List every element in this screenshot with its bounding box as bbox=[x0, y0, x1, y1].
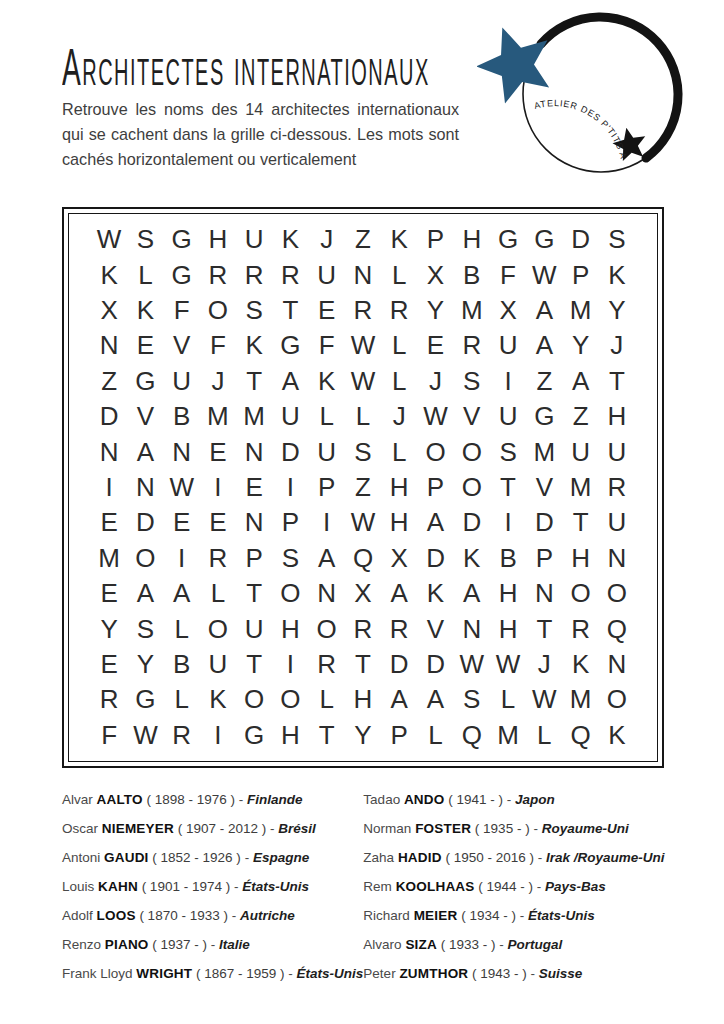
architect-country: Autriche bbox=[240, 908, 295, 923]
grid-cell-r11c4[interactable]: L bbox=[200, 576, 236, 611]
architect-last-name: FOSTER bbox=[415, 821, 471, 836]
architect-years: ( 1944 - ) bbox=[478, 879, 533, 894]
grid-cell-r15c12[interactable]: M bbox=[490, 718, 526, 753]
grid-cell-r2c2[interactable]: L bbox=[127, 257, 163, 292]
grid-cell-r5c9[interactable]: L bbox=[381, 364, 417, 399]
grid-cell-r6c2[interactable]: V bbox=[127, 399, 163, 434]
grid-cell-r1c2[interactable]: S bbox=[127, 222, 163, 257]
grid-cell-r8c9[interactable]: H bbox=[381, 470, 417, 505]
grid-cell-r7c8[interactable]: S bbox=[345, 434, 381, 469]
grid-cell-r11c8[interactable]: X bbox=[345, 576, 381, 611]
architect-entry: Adolf LOOS ( 1870 - 1933 ) - Autriche bbox=[62, 901, 363, 930]
grid-cell-r3c10[interactable]: Y bbox=[417, 293, 453, 328]
grid-cell-r5c5[interactable]: T bbox=[236, 364, 272, 399]
grid-cell-r11c10[interactable]: K bbox=[417, 576, 453, 611]
architect-country: Brésil bbox=[278, 821, 316, 836]
grid-cell-r14c2[interactable]: G bbox=[127, 682, 163, 717]
grid-cell-r2c1[interactable]: K bbox=[91, 257, 127, 292]
grid-cell-r15c6[interactable]: H bbox=[272, 718, 308, 753]
grid-cell-r3c5[interactable]: S bbox=[236, 293, 272, 328]
grid-cell-r3c8[interactable]: R bbox=[345, 293, 381, 328]
grid-cell-r6c14[interactable]: Z bbox=[562, 399, 598, 434]
grid-cell-r1c3[interactable]: G bbox=[164, 222, 200, 257]
grid-cell-r3c11[interactable]: M bbox=[454, 293, 490, 328]
architect-country: Pays-Bas bbox=[545, 879, 606, 894]
architect-country: Suisse bbox=[539, 966, 583, 981]
grid-cell-r1c6[interactable]: K bbox=[272, 222, 308, 257]
architect-years: ( 1934 - ) bbox=[461, 908, 516, 923]
architect-first-name: Peter bbox=[363, 966, 395, 981]
architect-entry: Tadao ANDO ( 1941 - ) - Japon bbox=[363, 785, 664, 814]
grid-cell-r13c3[interactable]: B bbox=[164, 647, 200, 682]
architect-first-name: Norman bbox=[363, 821, 411, 836]
grid-cell-r14c5[interactable]: O bbox=[236, 682, 272, 717]
grid-cell-r7c1[interactable]: N bbox=[91, 434, 127, 469]
grid-cell-r1c1[interactable]: W bbox=[91, 222, 127, 257]
architect-last-name: KOOLHAAS bbox=[396, 879, 475, 894]
grid-cell-r8c11[interactable]: O bbox=[454, 470, 490, 505]
grid-cell-r6c15[interactable]: H bbox=[599, 399, 635, 434]
grid-cell-r6c11[interactable]: V bbox=[454, 399, 490, 434]
grid-cell-r7c2[interactable]: A bbox=[127, 434, 163, 469]
architect-years: ( 1933 - ) bbox=[441, 937, 496, 952]
grid-cell-r8c5[interactable]: E bbox=[236, 470, 272, 505]
grid-cell-r14c12[interactable]: L bbox=[490, 682, 526, 717]
grid-cell-r1c4[interactable]: H bbox=[200, 222, 236, 257]
architect-entry: Peter ZUMTHOR ( 1943 - ) - Suisse bbox=[363, 959, 664, 988]
grid-cell-r3c6[interactable]: T bbox=[272, 293, 308, 328]
grid-cell-r14c11[interactable]: S bbox=[454, 682, 490, 717]
grid-cell-r2c9[interactable]: L bbox=[381, 257, 417, 292]
grid-cell-r1c14[interactable]: D bbox=[562, 222, 598, 257]
grid-cell-r5c6[interactable]: A bbox=[272, 364, 308, 399]
grid-cell-r10c3[interactable]: I bbox=[164, 541, 200, 576]
grid-cell-r2c4[interactable]: R bbox=[200, 257, 236, 292]
grid-cell-r9c10[interactable]: A bbox=[417, 505, 453, 540]
grid-cell-r4c2[interactable]: E bbox=[127, 328, 163, 363]
architect-entry: Alvar AALTO ( 1898 - 1976 ) - Finlande bbox=[62, 785, 363, 814]
grid-cell-r8c2[interactable]: N bbox=[127, 470, 163, 505]
architect-entry: Zaha HADID ( 1950 - 2016 ) - Irak /Royau… bbox=[363, 843, 664, 872]
grid-cell-r3c9[interactable]: R bbox=[381, 293, 417, 328]
grid-cell-r9c14[interactable]: T bbox=[562, 505, 598, 540]
grid-cell-r8c10[interactable]: P bbox=[417, 470, 453, 505]
architect-country: Irak /Royaume-Uni bbox=[546, 850, 665, 865]
grid-cell-r4c15[interactable]: J bbox=[599, 328, 635, 363]
grid-cell-r1c5[interactable]: U bbox=[236, 222, 272, 257]
grid-cell-r10c10[interactable]: D bbox=[417, 541, 453, 576]
board-inner-frame: WSGHUKJZKPHGGDSKLGRRRUNLXBFWPKXKFOSTERRY… bbox=[68, 213, 658, 762]
grid-cell-r8c7[interactable]: P bbox=[309, 470, 345, 505]
grid-cell-r9c2[interactable]: D bbox=[127, 505, 163, 540]
architect-years: ( 1898 - 1976 ) bbox=[147, 792, 236, 807]
architect-years: ( 1901 - 1974 ) bbox=[142, 879, 231, 894]
grid-cell-r2c11[interactable]: B bbox=[454, 257, 490, 292]
grid-cell-r12c9[interactable]: R bbox=[381, 611, 417, 646]
grid-cell-r3c7[interactable]: E bbox=[309, 293, 345, 328]
architect-first-name: Louis bbox=[62, 879, 94, 894]
grid-cell-r6c13[interactable]: G bbox=[526, 399, 562, 434]
grid-cell-r11c15[interactable]: O bbox=[599, 576, 635, 611]
grid-cell-r12c3[interactable]: L bbox=[164, 611, 200, 646]
grid-cell-r6c6[interactable]: U bbox=[272, 399, 308, 434]
architects-list: Alvar AALTO ( 1898 - 1976 ) - FinlandeOs… bbox=[62, 785, 664, 988]
grid-cell-r7c12[interactable]: S bbox=[490, 434, 526, 469]
grid-cell-r11c7[interactable]: N bbox=[309, 576, 345, 611]
grid-cell-r1c9[interactable]: K bbox=[381, 222, 417, 257]
grid-cell-r2c13[interactable]: W bbox=[526, 257, 562, 292]
architect-first-name: Richard bbox=[363, 908, 410, 923]
grid-cell-r3c12[interactable]: X bbox=[490, 293, 526, 328]
architect-years: ( 1867 - 1959 ) bbox=[196, 966, 285, 981]
grid-cell-r1c12[interactable]: G bbox=[490, 222, 526, 257]
grid-cell-r10c9[interactable]: X bbox=[381, 541, 417, 576]
teal-star-icon bbox=[477, 14, 563, 108]
grid-cell-r6c1[interactable]: D bbox=[91, 399, 127, 434]
grid-cell-r3c2[interactable]: K bbox=[127, 293, 163, 328]
grid-cell-r6c12[interactable]: U bbox=[490, 399, 526, 434]
grid-cell-r5c8[interactable]: W bbox=[345, 364, 381, 399]
architect-last-name: GAUDI bbox=[104, 850, 149, 865]
architect-country: Italie bbox=[219, 937, 250, 952]
grid-cell-r12c10[interactable]: V bbox=[417, 611, 453, 646]
grid-cell-r14c13[interactable]: W bbox=[526, 682, 562, 717]
grid-cell-r11c9[interactable]: A bbox=[381, 576, 417, 611]
grid-cell-r4c13[interactable]: A bbox=[526, 328, 562, 363]
grid-cell-r6c10[interactable]: W bbox=[417, 399, 453, 434]
grid-cell-r7c13[interactable]: M bbox=[526, 434, 562, 469]
grid-cell-r2c15[interactable]: K bbox=[599, 257, 635, 292]
grid-cell-r12c6[interactable]: H bbox=[272, 611, 308, 646]
grid-cell-r4c12[interactable]: U bbox=[490, 328, 526, 363]
grid-cell-r6c4[interactable]: M bbox=[200, 399, 236, 434]
grid-cell-r14c14[interactable]: M bbox=[562, 682, 598, 717]
grid-cell-r12c7[interactable]: O bbox=[309, 611, 345, 646]
grid-cell-r4c5[interactable]: K bbox=[236, 328, 272, 363]
architect-last-name: MEIER bbox=[414, 908, 458, 923]
architect-entry: Renzo PIANO ( 1937 - ) - Italie bbox=[62, 930, 363, 959]
grid-cell-r12c4[interactable]: O bbox=[200, 611, 236, 646]
grid-cell-r14c9[interactable]: A bbox=[381, 682, 417, 717]
grid-cell-r14c15[interactable]: O bbox=[599, 682, 635, 717]
grid-cell-r8c6[interactable]: I bbox=[272, 470, 308, 505]
grid-cell-r2c14[interactable]: P bbox=[562, 257, 598, 292]
grid-cell-r10c2[interactable]: O bbox=[127, 541, 163, 576]
architect-entry: Louis KAHN ( 1901 - 1974 ) - États-Unis bbox=[62, 872, 363, 901]
grid-cell-r9c6[interactable]: P bbox=[272, 505, 308, 540]
grid-cell-r2c8[interactable]: N bbox=[345, 257, 381, 292]
architect-first-name: Oscar bbox=[62, 821, 98, 836]
grid-cell-r9c4[interactable]: E bbox=[200, 505, 236, 540]
word-search-board: WSGHUKJZKPHGGDSKLGRRRUNLXBFWPKXKFOSTERRY… bbox=[62, 207, 664, 768]
architect-years: ( 1943 - ) bbox=[472, 966, 527, 981]
grid-cell-r9c11[interactable]: D bbox=[454, 505, 490, 540]
grid-cell-r10c7[interactable]: A bbox=[309, 541, 345, 576]
architect-first-name: Alvar bbox=[62, 792, 93, 807]
grid-cell-r12c1[interactable]: Y bbox=[91, 611, 127, 646]
architect-last-name: ANDO bbox=[404, 792, 445, 807]
architect-entry: Norman FOSTER ( 1935 - ) - Royaume-Uni bbox=[363, 814, 664, 843]
grid-cell-r2c12[interactable]: F bbox=[490, 257, 526, 292]
architect-years: ( 1937 - ) bbox=[152, 937, 207, 952]
grid-cell-r3c13[interactable]: A bbox=[526, 293, 562, 328]
grid-cell-r15c3[interactable]: R bbox=[164, 718, 200, 753]
grid-cell-r1c8[interactable]: Z bbox=[345, 222, 381, 257]
page-title: Architectes internationaux bbox=[62, 38, 430, 97]
grid-cell-r5c15[interactable]: T bbox=[599, 364, 635, 399]
grid-cell-r4c8[interactable]: W bbox=[345, 328, 381, 363]
grid-cell-r7c9[interactable]: L bbox=[381, 434, 417, 469]
grid-cell-r11c2[interactable]: A bbox=[127, 576, 163, 611]
grid-cell-r15c14[interactable]: Q bbox=[562, 718, 598, 753]
grid-cell-r13c15[interactable]: N bbox=[599, 647, 635, 682]
grid-cell-r4c11[interactable]: R bbox=[454, 328, 490, 363]
architect-country: Royaume-Uni bbox=[542, 821, 629, 836]
grid-cell-r12c14[interactable]: R bbox=[562, 611, 598, 646]
grid-cell-r14c7[interactable]: L bbox=[309, 682, 345, 717]
grid-cell-r10c6[interactable]: S bbox=[272, 541, 308, 576]
grid-cell-r1c7[interactable]: J bbox=[309, 222, 345, 257]
grid-cell-r10c4[interactable]: R bbox=[200, 541, 236, 576]
grid-cell-r1c13[interactable]: G bbox=[526, 222, 562, 257]
grid-cell-r15c15[interactable]: K bbox=[599, 718, 635, 753]
grid-cell-r13c11[interactable]: W bbox=[454, 647, 490, 682]
grid-cell-r13c12[interactable]: W bbox=[490, 647, 526, 682]
grid-cell-r1c10[interactable]: P bbox=[417, 222, 453, 257]
grid-cell-r8c14[interactable]: M bbox=[562, 470, 598, 505]
grid-cell-r4c9[interactable]: L bbox=[381, 328, 417, 363]
architect-first-name: Zaha bbox=[363, 850, 394, 865]
grid-cell-r10c13[interactable]: P bbox=[526, 541, 562, 576]
architect-entry: Richard MEIER ( 1934 - ) - États-Unis bbox=[363, 901, 664, 930]
grid-cell-r8c1[interactable]: I bbox=[91, 470, 127, 505]
grid-cell-r11c14[interactable]: O bbox=[562, 576, 598, 611]
architect-first-name: Tadao bbox=[363, 792, 400, 807]
grid-cell-r12c12[interactable]: H bbox=[490, 611, 526, 646]
grid-cell-r1c11[interactable]: H bbox=[454, 222, 490, 257]
grid-cell-r11c13[interactable]: N bbox=[526, 576, 562, 611]
architect-country: Japon bbox=[515, 792, 555, 807]
grid-cell-r5c10[interactable]: J bbox=[417, 364, 453, 399]
letter-grid: WSGHUKJZKPHGGDSKLGRRRUNLXBFWPKXKFOSTERRY… bbox=[91, 222, 635, 753]
architect-last-name: AALTO bbox=[97, 792, 143, 807]
grid-cell-r8c3[interactable]: W bbox=[164, 470, 200, 505]
grid-cell-r12c15[interactable]: Q bbox=[599, 611, 635, 646]
architect-entry: Rem KOOLHAAS ( 1944 - ) - Pays-Bas bbox=[363, 872, 664, 901]
grid-cell-r9c7[interactable]: I bbox=[309, 505, 345, 540]
grid-cell-r12c13[interactable]: T bbox=[526, 611, 562, 646]
grid-cell-r2c6[interactable]: R bbox=[272, 257, 308, 292]
grid-cell-r9c3[interactable]: E bbox=[164, 505, 200, 540]
grid-cell-r5c14[interactable]: A bbox=[562, 364, 598, 399]
grid-cell-r8c13[interactable]: V bbox=[526, 470, 562, 505]
grid-cell-r4c6[interactable]: G bbox=[272, 328, 308, 363]
grid-cell-r9c5[interactable]: N bbox=[236, 505, 272, 540]
grid-cell-r9c1[interactable]: E bbox=[91, 505, 127, 540]
grid-cell-r8c12[interactable]: T bbox=[490, 470, 526, 505]
grid-cell-r4c10[interactable]: E bbox=[417, 328, 453, 363]
grid-cell-r5c1[interactable]: Z bbox=[91, 364, 127, 399]
grid-cell-r9c8[interactable]: W bbox=[345, 505, 381, 540]
grid-cell-r3c1[interactable]: X bbox=[91, 293, 127, 328]
intro-text: Retrouve les noms des 14 architectes int… bbox=[62, 97, 459, 172]
grid-cell-r9c9[interactable]: H bbox=[381, 505, 417, 540]
grid-cell-r6c7[interactable]: L bbox=[309, 399, 345, 434]
grid-cell-r9c15[interactable]: U bbox=[599, 505, 635, 540]
architect-years: ( 1950 - 2016 ) bbox=[445, 850, 534, 865]
grid-cell-r2c7[interactable]: U bbox=[309, 257, 345, 292]
grid-cell-r5c13[interactable]: Z bbox=[526, 364, 562, 399]
grid-cell-r12c11[interactable]: N bbox=[454, 611, 490, 646]
architects-column-right: Tadao ANDO ( 1941 - ) - JaponNorman FOST… bbox=[363, 785, 664, 988]
grid-cell-r14c1[interactable]: R bbox=[91, 682, 127, 717]
grid-cell-r13c7[interactable]: R bbox=[309, 647, 345, 682]
grid-cell-r4c1[interactable]: N bbox=[91, 328, 127, 363]
grid-cell-r15c5[interactable]: G bbox=[236, 718, 272, 753]
grid-cell-r10c12[interactable]: B bbox=[490, 541, 526, 576]
grid-cell-r10c1[interactable]: M bbox=[91, 541, 127, 576]
grid-cell-r13c1[interactable]: E bbox=[91, 647, 127, 682]
grid-cell-r3c3[interactable]: F bbox=[164, 293, 200, 328]
architect-first-name: Antoni bbox=[62, 850, 100, 865]
architect-country: États-Unis bbox=[297, 966, 364, 981]
architect-last-name: LOOS bbox=[97, 908, 136, 923]
grid-cell-r13c2[interactable]: Y bbox=[127, 647, 163, 682]
architect-years: ( 1935 - ) bbox=[475, 821, 530, 836]
grid-cell-r13c13[interactable]: J bbox=[526, 647, 562, 682]
architect-years: ( 1907 - 2012 ) bbox=[178, 821, 267, 836]
grid-cell-r12c5[interactable]: U bbox=[236, 611, 272, 646]
grid-cell-r11c12[interactable]: H bbox=[490, 576, 526, 611]
grid-cell-r4c4[interactable]: F bbox=[200, 328, 236, 363]
grid-cell-r6c5[interactable]: M bbox=[236, 399, 272, 434]
grid-cell-r15c1[interactable]: F bbox=[91, 718, 127, 753]
grid-cell-r12c8[interactable]: R bbox=[345, 611, 381, 646]
grid-cell-r15c9[interactable]: P bbox=[381, 718, 417, 753]
grid-cell-r7c5[interactable]: N bbox=[236, 434, 272, 469]
grid-cell-r11c1[interactable]: E bbox=[91, 576, 127, 611]
grid-cell-r8c4[interactable]: I bbox=[200, 470, 236, 505]
grid-cell-r5c4[interactable]: J bbox=[200, 364, 236, 399]
architect-entry: Antoni GAUDI ( 1852 - 1926 ) - Espagne bbox=[62, 843, 363, 872]
grid-cell-r15c2[interactable]: W bbox=[127, 718, 163, 753]
grid-cell-r8c15[interactable]: R bbox=[599, 470, 635, 505]
grid-cell-r7c6[interactable]: D bbox=[272, 434, 308, 469]
grid-cell-r14c6[interactable]: O bbox=[272, 682, 308, 717]
grid-cell-r13c9[interactable]: D bbox=[381, 647, 417, 682]
grid-cell-r2c3[interactable]: G bbox=[164, 257, 200, 292]
grid-cell-r13c8[interactable]: T bbox=[345, 647, 381, 682]
grid-cell-r6c3[interactable]: B bbox=[164, 399, 200, 434]
grid-cell-r6c8[interactable]: L bbox=[345, 399, 381, 434]
grid-cell-r4c14[interactable]: Y bbox=[562, 328, 598, 363]
architect-last-name: HADID bbox=[398, 850, 442, 865]
grid-cell-r14c8[interactable]: H bbox=[345, 682, 381, 717]
grid-cell-r9c12[interactable]: I bbox=[490, 505, 526, 540]
grid-cell-r7c7[interactable]: U bbox=[309, 434, 345, 469]
grid-cell-r7c3[interactable]: N bbox=[164, 434, 200, 469]
grid-cell-r10c15[interactable]: N bbox=[599, 541, 635, 576]
grid-cell-r7c15[interactable]: U bbox=[599, 434, 635, 469]
grid-cell-r5c3[interactable]: U bbox=[164, 364, 200, 399]
grid-cell-r9c13[interactable]: D bbox=[526, 505, 562, 540]
grid-cell-r10c8[interactable]: Q bbox=[345, 541, 381, 576]
architect-entry: Alvaro SIZA ( 1933 - ) - Portugal bbox=[363, 930, 664, 959]
grid-cell-r14c10[interactable]: A bbox=[417, 682, 453, 717]
grid-cell-r10c14[interactable]: H bbox=[562, 541, 598, 576]
grid-cell-r12c2[interactable]: S bbox=[127, 611, 163, 646]
architect-entry: Oscar NIEMEYER ( 1907 - 2012 ) - Brésil bbox=[62, 814, 363, 843]
grid-cell-r7c14[interactable]: U bbox=[562, 434, 598, 469]
grid-cell-r2c5[interactable]: R bbox=[236, 257, 272, 292]
grid-cell-r15c7[interactable]: T bbox=[309, 718, 345, 753]
grid-cell-r15c10[interactable]: L bbox=[417, 718, 453, 753]
grid-cell-r4c7[interactable]: F bbox=[309, 328, 345, 363]
grid-cell-r15c13[interactable]: L bbox=[526, 718, 562, 753]
architect-first-name: Adolf bbox=[62, 908, 93, 923]
architect-country: Finlande bbox=[247, 792, 303, 807]
grid-cell-r7c4[interactable]: E bbox=[200, 434, 236, 469]
architect-last-name: ZUMTHOR bbox=[399, 966, 468, 981]
grid-cell-r15c8[interactable]: Y bbox=[345, 718, 381, 753]
grid-cell-r15c4[interactable]: I bbox=[200, 718, 236, 753]
grid-cell-r11c11[interactable]: A bbox=[454, 576, 490, 611]
architect-last-name: WRIGHT bbox=[136, 966, 192, 981]
architect-last-name: SIZA bbox=[405, 937, 437, 952]
grid-cell-r13c5[interactable]: T bbox=[236, 647, 272, 682]
architects-column-left: Alvar AALTO ( 1898 - 1976 ) - FinlandeOs… bbox=[62, 785, 363, 988]
grid-cell-r11c5[interactable]: T bbox=[236, 576, 272, 611]
architect-country: États-Unis bbox=[528, 908, 595, 923]
grid-cell-r13c6[interactable]: I bbox=[272, 647, 308, 682]
grid-cell-r6c9[interactable]: J bbox=[381, 399, 417, 434]
grid-cell-r7c10[interactable]: O bbox=[417, 434, 453, 469]
grid-cell-r13c10[interactable]: D bbox=[417, 647, 453, 682]
grid-cell-r10c5[interactable]: P bbox=[236, 541, 272, 576]
grid-cell-r15c11[interactable]: Q bbox=[454, 718, 490, 753]
architect-years: ( 1941 - ) bbox=[448, 792, 503, 807]
grid-cell-r13c4[interactable]: U bbox=[200, 647, 236, 682]
grid-cell-r5c7[interactable]: K bbox=[309, 364, 345, 399]
architect-last-name: PIANO bbox=[105, 937, 149, 952]
grid-cell-r3c4[interactable]: O bbox=[200, 293, 236, 328]
architect-years: ( 1870 - 1933 ) bbox=[139, 908, 228, 923]
grid-cell-r4c3[interactable]: V bbox=[164, 328, 200, 363]
grid-cell-r14c3[interactable]: L bbox=[164, 682, 200, 717]
grid-cell-r10c11[interactable]: K bbox=[454, 541, 490, 576]
grid-cell-r14c4[interactable]: K bbox=[200, 682, 236, 717]
grid-cell-r2c10[interactable]: X bbox=[417, 257, 453, 292]
grid-cell-r1c15[interactable]: S bbox=[599, 222, 635, 257]
grid-cell-r13c14[interactable]: K bbox=[562, 647, 598, 682]
grid-cell-r5c12[interactable]: I bbox=[490, 364, 526, 399]
atelier-logo: ATELIER DES P'TITS ARCHIS bbox=[477, 6, 703, 188]
grid-cell-r5c11[interactable]: S bbox=[454, 364, 490, 399]
architect-country: États-Unis bbox=[242, 879, 309, 894]
grid-cell-r7c11[interactable]: O bbox=[454, 434, 490, 469]
grid-cell-r3c15[interactable]: Y bbox=[599, 293, 635, 328]
architect-first-name: Alvaro bbox=[363, 937, 401, 952]
grid-cell-r11c3[interactable]: A bbox=[164, 576, 200, 611]
architect-country: Espagne bbox=[253, 850, 309, 865]
architect-last-name: NIEMEYER bbox=[102, 821, 174, 836]
grid-cell-r8c8[interactable]: Z bbox=[345, 470, 381, 505]
architect-first-name: Renzo bbox=[62, 937, 101, 952]
grid-cell-r11c6[interactable]: O bbox=[272, 576, 308, 611]
architect-entry: Frank Lloyd WRIGHT ( 1867 - 1959 ) - Éta… bbox=[62, 959, 363, 988]
grid-cell-r3c14[interactable]: M bbox=[562, 293, 598, 328]
grid-cell-r5c2[interactable]: G bbox=[127, 364, 163, 399]
